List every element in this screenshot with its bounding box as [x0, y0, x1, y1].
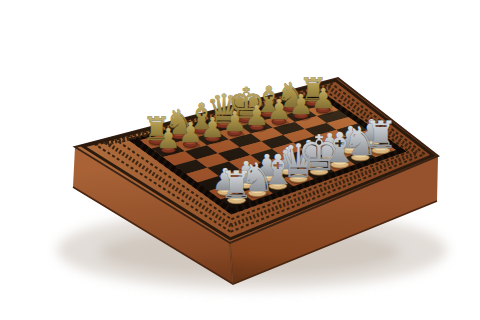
- gold-pawn-glyph: ♟: [178, 117, 203, 148]
- gold-pawn-glyph: ♟: [200, 112, 225, 143]
- chess-set-scene: ♜♞♝♛♚♝♞♜♟♟♟♟♟♟♟♟♟♟♟♟♟♟♟♟♜♞♝♛♚♝♞♜: [0, 0, 480, 320]
- piece-gold-pawn-c7[interactable]: ♟: [200, 112, 225, 144]
- gold-pawn-glyph: ♟: [222, 106, 247, 137]
- piece-gold-pawn-a7[interactable]: ♟: [156, 123, 181, 155]
- gold-pawn-glyph: ♟: [311, 83, 336, 114]
- piece-gold-pawn-h7[interactable]: ♟: [311, 83, 336, 115]
- piece-silver-rook-h1[interactable]: ♜: [364, 113, 398, 157]
- gold-pawn-glyph: ♟: [156, 123, 181, 154]
- gold-pawn-glyph: ♟: [289, 89, 314, 120]
- silver-rook-glyph: ♜: [364, 113, 398, 157]
- piece-gold-pawn-d7[interactable]: ♟: [222, 106, 247, 138]
- product-photo: ♜♞♝♛♚♝♞♜♟♟♟♟♟♟♟♟♟♟♟♟♟♟♟♟♜♞♝♛♚♝♞♜: [0, 0, 480, 320]
- piece-gold-pawn-e7[interactable]: ♟: [245, 100, 270, 132]
- gold-pawn-glyph: ♟: [245, 100, 270, 131]
- piece-gold-pawn-g7[interactable]: ♟: [289, 89, 314, 121]
- piece-gold-pawn-b7[interactable]: ♟: [178, 117, 203, 149]
- piece-gold-pawn-f7[interactable]: ♟: [267, 94, 292, 126]
- gold-pawn-glyph: ♟: [267, 94, 292, 125]
